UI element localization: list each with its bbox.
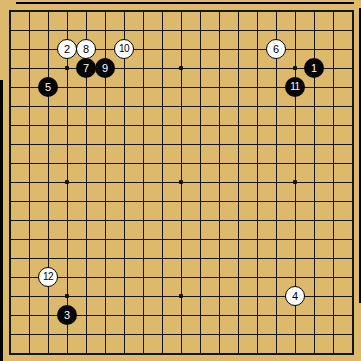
stone-number: 3 — [64, 310, 70, 321]
stone-11[interactable]: 11 — [285, 77, 305, 97]
stone-number: 2 — [64, 44, 70, 55]
stone-number: 9 — [102, 63, 108, 74]
stone-9[interactable]: 9 — [95, 58, 115, 78]
star-point — [179, 66, 183, 70]
star-point — [65, 180, 69, 184]
stone-4[interactable]: 4 — [285, 286, 305, 306]
stone-2[interactable]: 2 — [57, 39, 77, 59]
stone-3[interactable]: 3 — [57, 305, 77, 325]
stone-6[interactable]: 6 — [266, 39, 286, 59]
go-board[interactable]: 123456789101112 — [0, 0, 361, 361]
go-diagram: 123456789101112 — [0, 0, 361, 361]
star-point — [179, 180, 183, 184]
stone-5[interactable]: 5 — [38, 77, 58, 97]
stone-12[interactable]: 12 — [38, 267, 58, 287]
scan-border-top — [16, 2, 354, 4]
stone-number: 1 — [311, 63, 317, 74]
stone-8[interactable]: 8 — [76, 39, 96, 59]
stone-number: 4 — [292, 291, 298, 302]
stone-10[interactable]: 10 — [114, 39, 134, 59]
star-point — [293, 180, 297, 184]
stone-number: 10 — [119, 44, 129, 54]
star-point — [179, 294, 183, 298]
scan-border-left — [0, 80, 3, 361]
stone-number: 11 — [290, 82, 299, 92]
star-point — [293, 66, 297, 70]
stone-number: 6 — [273, 44, 279, 55]
stone-number: 8 — [83, 44, 89, 55]
stone-number: 7 — [83, 63, 89, 74]
star-point — [65, 294, 69, 298]
stone-1[interactable]: 1 — [304, 58, 324, 78]
stone-number: 12 — [43, 272, 53, 282]
stone-number: 5 — [45, 82, 51, 93]
stone-7[interactable]: 7 — [76, 58, 96, 78]
star-point — [65, 66, 69, 70]
